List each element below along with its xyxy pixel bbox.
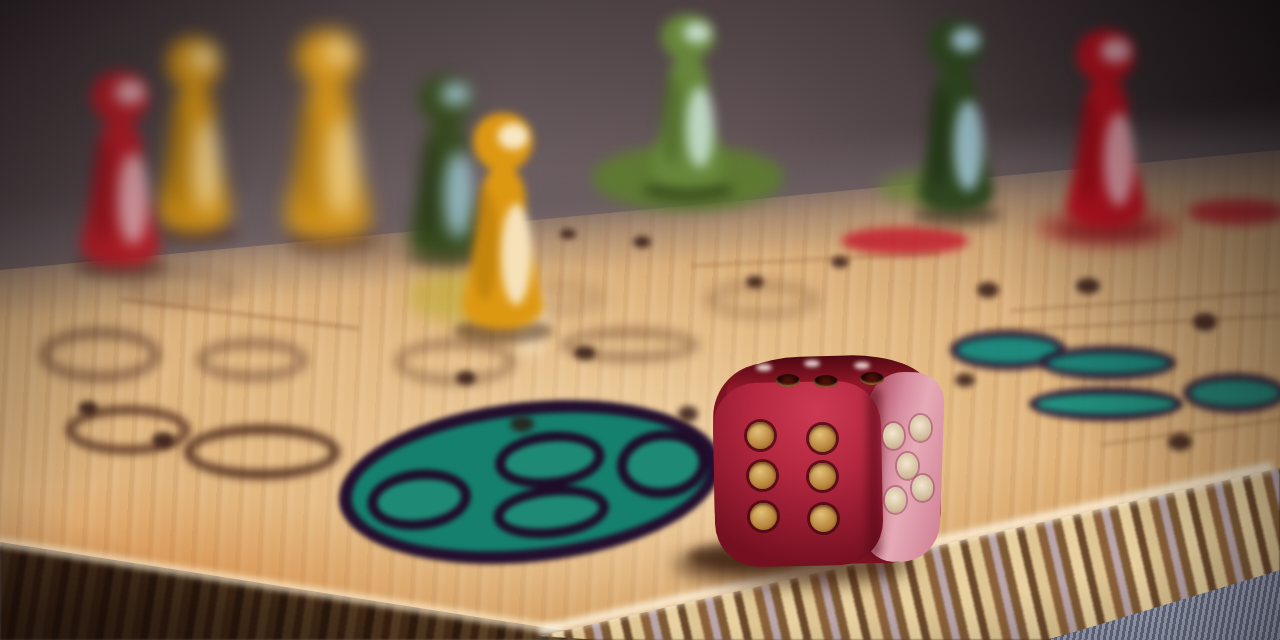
pawn-shape-dark-green	[908, 10, 1004, 218]
scene-ludo-photo	[0, 0, 1280, 640]
pawns-layer	[0, 0, 1280, 640]
pawn-red-b[interactable]	[1056, 20, 1156, 234]
die-edge-seam	[867, 388, 881, 558]
pawn-yellow-c[interactable]	[452, 103, 554, 335]
die-pip-side-five	[885, 487, 906, 513]
die[interactable]	[712, 356, 944, 568]
die-pip-top	[860, 372, 884, 385]
die-pip-front-six	[750, 503, 777, 530]
pawn-yellow-b[interactable]	[274, 20, 382, 246]
die-front-face-six	[712, 380, 884, 567]
die-pip-top	[776, 374, 800, 387]
pawn-shape-yellow	[452, 103, 554, 335]
die-pip-front-six	[809, 425, 836, 452]
die-highlight-glint	[804, 360, 820, 367]
die-pip-front-six	[749, 462, 776, 489]
pawn-red-a[interactable]	[70, 62, 170, 272]
die-pip-side-five	[897, 453, 918, 479]
die-pip-side-five	[912, 475, 933, 501]
die-pip-side-five	[910, 415, 931, 441]
die-highlight-glint	[756, 364, 772, 371]
die-pip-front-six	[810, 505, 837, 532]
pawn-shape-yellow	[274, 20, 382, 246]
pawn-shape-red	[70, 62, 170, 272]
die-pip-front-six	[809, 463, 836, 490]
die-highlight-glint	[854, 362, 870, 369]
die-pip-side-five	[883, 423, 904, 449]
die-pip-front-six	[747, 422, 774, 449]
pawn-shape-red	[1056, 20, 1156, 234]
pawn-green-b[interactable]	[642, 6, 734, 192]
die-pip-top	[814, 375, 838, 388]
pawn-green-c[interactable]	[908, 10, 1004, 218]
pawn-shape-green	[642, 6, 734, 192]
